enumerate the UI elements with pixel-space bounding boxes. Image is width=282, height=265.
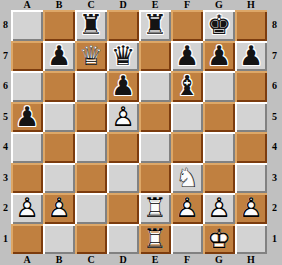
white-pawn-outline: ♙ — [171, 193, 203, 224]
rank-label-8-left: 8 — [0, 10, 11, 41]
corner-spacer — [0, 0, 11, 10]
rank-label-2-right: 2 — [267, 193, 282, 224]
square-a1[interactable] — [11, 224, 43, 255]
black-queen-glyph: ♛ — [107, 41, 139, 72]
square-a4[interactable] — [11, 132, 43, 163]
white-knight[interactable]: ♞♘ — [171, 163, 203, 194]
rank-label-1-right: 1 — [267, 224, 282, 255]
white-pawn-outline: ♙ — [11, 193, 43, 224]
white-rook-outline: ♖ — [139, 193, 171, 224]
square-h7[interactable]: ♟ — [235, 41, 267, 72]
white-pawn[interactable]: ♟♙ — [171, 193, 203, 224]
black-pawn-glyph: ♟ — [43, 41, 75, 72]
black-pawn-glyph: ♟ — [11, 102, 43, 133]
white-king-outline: ♔ — [203, 224, 235, 255]
rank-label-4-left: 4 — [0, 132, 11, 163]
square-e1[interactable]: ♜♖ — [139, 224, 171, 255]
white-pawn-outline: ♙ — [107, 102, 139, 133]
square-f8[interactable] — [171, 10, 203, 41]
rank-label-7-right: 7 — [267, 41, 282, 72]
square-d8[interactable] — [107, 10, 139, 41]
chess-board: ABCDEFGH8♜♜♚87♟♛♕♛♟♟♟76♟♝65♟♟♙5443♞♘32♟♙… — [0, 0, 282, 265]
square-c6[interactable] — [75, 71, 107, 102]
white-queen-outline: ♕ — [75, 41, 107, 72]
white-pawn-outline: ♙ — [235, 193, 267, 224]
square-a8[interactable] — [11, 10, 43, 41]
black-pawn[interactable]: ♟ — [43, 41, 75, 72]
file-label-d-top: D — [107, 0, 139, 10]
file-label-a-top: A — [11, 0, 43, 10]
rank-label-8-right: 8 — [267, 10, 282, 41]
white-pawn[interactable]: ♟♙ — [11, 193, 43, 224]
square-h1[interactable] — [235, 224, 267, 255]
black-pawn[interactable]: ♟ — [171, 41, 203, 72]
black-bishop-glyph: ♝ — [171, 71, 203, 102]
square-b2[interactable]: ♟♙ — [43, 193, 75, 224]
black-rook[interactable]: ♜ — [139, 10, 171, 41]
square-c8[interactable]: ♜ — [75, 10, 107, 41]
square-h3[interactable] — [235, 163, 267, 194]
square-e7[interactable] — [139, 41, 171, 72]
white-pawn[interactable]: ♟♙ — [43, 193, 75, 224]
file-label-b-bottom: B — [43, 254, 75, 265]
square-d6[interactable]: ♟ — [107, 71, 139, 102]
square-d3[interactable] — [107, 163, 139, 194]
square-e2[interactable]: ♜♖ — [139, 193, 171, 224]
corner-spacer — [0, 254, 11, 265]
square-f2[interactable]: ♟♙ — [171, 193, 203, 224]
rank-label-1-left: 1 — [0, 224, 11, 255]
square-h2[interactable]: ♟♙ — [235, 193, 267, 224]
rank-label-7-left: 7 — [0, 41, 11, 72]
black-bishop[interactable]: ♝ — [171, 71, 203, 102]
square-c2[interactable] — [75, 193, 107, 224]
square-d7[interactable]: ♛ — [107, 41, 139, 72]
square-f1[interactable] — [171, 224, 203, 255]
file-label-a-bottom: A — [11, 254, 43, 265]
square-g4[interactable] — [203, 132, 235, 163]
white-pawn[interactable]: ♟♙ — [203, 193, 235, 224]
square-a6[interactable] — [11, 71, 43, 102]
black-pawn[interactable]: ♟ — [11, 102, 43, 133]
file-label-h-top: H — [235, 0, 267, 10]
rank-label-5-left: 5 — [0, 102, 11, 133]
black-pawn-glyph: ♟ — [203, 41, 235, 72]
file-label-d-bottom: D — [107, 254, 139, 265]
square-g2[interactable]: ♟♙ — [203, 193, 235, 224]
rank-label-3-left: 3 — [0, 163, 11, 194]
square-b5[interactable] — [43, 102, 75, 133]
square-a3[interactable] — [11, 163, 43, 194]
white-rook[interactable]: ♜♖ — [139, 193, 171, 224]
rank-label-6-right: 6 — [267, 71, 282, 102]
square-c5[interactable] — [75, 102, 107, 133]
square-h5[interactable] — [235, 102, 267, 133]
square-d2[interactable] — [107, 193, 139, 224]
square-b1[interactable] — [43, 224, 75, 255]
square-g3[interactable] — [203, 163, 235, 194]
square-b4[interactable] — [43, 132, 75, 163]
black-king-glyph: ♚ — [203, 10, 235, 41]
file-label-g-bottom: G — [203, 254, 235, 265]
square-e5[interactable] — [139, 102, 171, 133]
square-g6[interactable] — [203, 71, 235, 102]
black-king[interactable]: ♚ — [203, 10, 235, 41]
square-e6[interactable] — [139, 71, 171, 102]
corner-spacer — [267, 0, 282, 10]
square-f3[interactable]: ♞♘ — [171, 163, 203, 194]
square-c7[interactable]: ♛♕ — [75, 41, 107, 72]
white-rook[interactable]: ♜♖ — [139, 224, 171, 255]
black-pawn[interactable]: ♟ — [203, 41, 235, 72]
corner-spacer — [267, 254, 282, 265]
file-label-b-top: B — [43, 0, 75, 10]
file-label-f-top: F — [171, 0, 203, 10]
rank-label-4-right: 4 — [267, 132, 282, 163]
square-f7[interactable]: ♟ — [171, 41, 203, 72]
square-b3[interactable] — [43, 163, 75, 194]
square-a2[interactable]: ♟♙ — [11, 193, 43, 224]
rank-label-6-left: 6 — [0, 71, 11, 102]
white-pawn-outline: ♙ — [43, 193, 75, 224]
square-c4[interactable] — [75, 132, 107, 163]
square-e3[interactable] — [139, 163, 171, 194]
square-g5[interactable] — [203, 102, 235, 133]
file-label-h-bottom: H — [235, 254, 267, 265]
rank-label-2-left: 2 — [0, 193, 11, 224]
square-b7[interactable]: ♟ — [43, 41, 75, 72]
white-pawn-outline: ♙ — [203, 193, 235, 224]
black-pawn-glyph: ♟ — [107, 71, 139, 102]
square-b6[interactable] — [43, 71, 75, 102]
black-pawn[interactable]: ♟ — [235, 41, 267, 72]
file-label-e-bottom: E — [139, 254, 171, 265]
square-f4[interactable] — [171, 132, 203, 163]
rank-label-5-right: 5 — [267, 102, 282, 133]
black-rook-glyph: ♜ — [139, 10, 171, 41]
square-c1[interactable] — [75, 224, 107, 255]
black-rook[interactable]: ♜ — [75, 10, 107, 41]
square-h4[interactable] — [235, 132, 267, 163]
square-d5[interactable]: ♟♙ — [107, 102, 139, 133]
square-g8[interactable]: ♚ — [203, 10, 235, 41]
white-pawn[interactable]: ♟♙ — [107, 102, 139, 133]
square-e8[interactable]: ♜ — [139, 10, 171, 41]
square-f6[interactable]: ♝ — [171, 71, 203, 102]
file-label-f-bottom: F — [171, 254, 203, 265]
black-rook-glyph: ♜ — [75, 10, 107, 41]
square-a7[interactable] — [11, 41, 43, 72]
black-pawn[interactable]: ♟ — [107, 71, 139, 102]
white-rook-outline: ♖ — [139, 224, 171, 255]
square-h6[interactable] — [235, 71, 267, 102]
square-d1[interactable] — [107, 224, 139, 255]
square-h8[interactable] — [235, 10, 267, 41]
square-b8[interactable] — [43, 10, 75, 41]
black-queen[interactable]: ♛ — [107, 41, 139, 72]
file-label-c-bottom: C — [75, 254, 107, 265]
square-c3[interactable] — [75, 163, 107, 194]
square-g1[interactable]: ♚♔ — [203, 224, 235, 255]
white-queen[interactable]: ♛♕ — [75, 41, 107, 72]
square-a5[interactable]: ♟ — [11, 102, 43, 133]
square-e4[interactable] — [139, 132, 171, 163]
square-d4[interactable] — [107, 132, 139, 163]
square-f5[interactable] — [171, 102, 203, 133]
square-g7[interactable]: ♟ — [203, 41, 235, 72]
white-pawn[interactable]: ♟♙ — [235, 193, 267, 224]
black-pawn-glyph: ♟ — [171, 41, 203, 72]
white-knight-outline: ♘ — [171, 163, 203, 194]
rank-label-3-right: 3 — [267, 163, 282, 194]
black-pawn-glyph: ♟ — [235, 41, 267, 72]
white-king[interactable]: ♚♔ — [203, 224, 235, 255]
